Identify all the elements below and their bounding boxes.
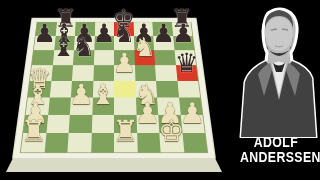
square-c5[interactable]: [72, 65, 94, 81]
square-c3[interactable]: [70, 97, 93, 114]
square-h7[interactable]: [173, 36, 194, 50]
square-g4[interactable]: [156, 81, 179, 98]
square-f5[interactable]: [135, 65, 157, 81]
square-a8[interactable]: [36, 22, 57, 36]
square-c2[interactable]: [69, 115, 92, 133]
square-g6[interactable]: [154, 50, 175, 65]
square-f7[interactable]: [134, 36, 154, 50]
caption: ADOLF ANDERSSEN: [240, 134, 312, 164]
square-a5[interactable]: [30, 65, 53, 81]
square-g8[interactable]: [152, 22, 172, 36]
square-c7[interactable]: [74, 36, 94, 50]
square-f4[interactable]: [135, 81, 157, 98]
square-e8[interactable]: [114, 22, 134, 36]
square-h8[interactable]: [171, 22, 192, 36]
square-b2[interactable]: [46, 115, 70, 133]
square-a3[interactable]: [26, 97, 50, 114]
square-f6[interactable]: [134, 50, 155, 65]
anderssen-portrait: [238, 4, 318, 138]
square-e6[interactable]: [114, 50, 135, 65]
square-a2[interactable]: [23, 115, 47, 133]
square-c4[interactable]: [71, 81, 93, 98]
square-e7[interactable]: [114, 36, 134, 50]
thumbnail: ♜♚♜♟♝♟♟♞♟♟♟♝♞♞♟♛♛♝♟♝♞♟♟♟♟♜♜♚ ADOLF ANDER…: [0, 0, 320, 180]
square-b7[interactable]: [54, 36, 75, 50]
square-d4[interactable]: [92, 81, 114, 98]
square-h3[interactable]: [179, 97, 203, 114]
square-e5[interactable]: [114, 65, 135, 81]
square-h1[interactable]: [182, 133, 207, 152]
caption-line-2: ANDERSSEN: [240, 149, 312, 164]
square-a4[interactable]: [28, 81, 51, 98]
board-grid: [21, 22, 207, 152]
square-h5[interactable]: [176, 65, 199, 81]
square-d3[interactable]: [92, 97, 114, 114]
square-d6[interactable]: [93, 50, 114, 65]
square-g5[interactable]: [155, 65, 177, 81]
square-b6[interactable]: [52, 50, 73, 65]
chess-board: [12, 18, 216, 159]
square-b3[interactable]: [48, 97, 71, 114]
square-f8[interactable]: [133, 22, 153, 36]
portrait-face: [265, 17, 293, 51]
square-h4[interactable]: [177, 81, 200, 98]
square-c1[interactable]: [67, 133, 91, 152]
square-g2[interactable]: [158, 115, 182, 133]
square-a1[interactable]: [21, 133, 46, 152]
caption-line-1: ADOLF: [240, 134, 312, 149]
square-b5[interactable]: [51, 65, 73, 81]
square-d7[interactable]: [94, 36, 114, 50]
square-g3[interactable]: [157, 97, 180, 114]
square-h6[interactable]: [174, 50, 196, 65]
square-e3[interactable]: [114, 97, 136, 114]
square-h2[interactable]: [180, 115, 204, 133]
square-f1[interactable]: [137, 133, 161, 152]
square-a6[interactable]: [32, 50, 54, 65]
square-g1[interactable]: [159, 133, 184, 152]
square-d1[interactable]: [91, 133, 114, 152]
square-c8[interactable]: [75, 22, 95, 36]
square-e2[interactable]: [114, 115, 137, 133]
square-e1[interactable]: [114, 133, 137, 152]
square-b4[interactable]: [49, 81, 72, 98]
square-d2[interactable]: [91, 115, 114, 133]
square-a7[interactable]: [34, 36, 55, 50]
square-b1[interactable]: [44, 133, 69, 152]
square-e4[interactable]: [114, 81, 136, 98]
square-c6[interactable]: [73, 50, 94, 65]
square-g7[interactable]: [153, 36, 174, 50]
square-d5[interactable]: [93, 65, 114, 81]
square-f3[interactable]: [136, 97, 159, 114]
square-d8[interactable]: [94, 22, 114, 36]
square-f2[interactable]: [136, 115, 159, 133]
square-b8[interactable]: [55, 22, 75, 36]
